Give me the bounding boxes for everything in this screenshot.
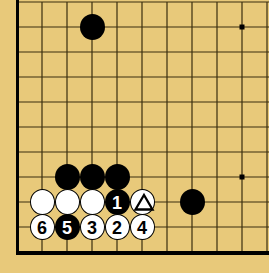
stone-white-D3[interactable] bbox=[80, 189, 105, 215]
stone-black-H3[interactable] bbox=[180, 189, 205, 215]
triangle-marker-icon bbox=[131, 190, 157, 216]
stone-black-C2[interactable]: 5 bbox=[55, 214, 80, 240]
move-number-label: 2 bbox=[112, 218, 122, 237]
go-diagram: 165324 bbox=[0, 0, 269, 273]
stone-white-F3[interactable] bbox=[130, 189, 155, 215]
move-number-label: 3 bbox=[87, 218, 97, 237]
stone-white-B3[interactable] bbox=[30, 189, 55, 215]
board-point-E3: 1 bbox=[105, 190, 130, 215]
board-point-H3 bbox=[180, 190, 205, 215]
stone-black-E4[interactable] bbox=[105, 164, 130, 190]
stone-white-B2[interactable]: 6 bbox=[30, 214, 55, 240]
board-point-D4 bbox=[80, 165, 105, 190]
stone-white-E2[interactable]: 2 bbox=[105, 214, 130, 240]
move-number-label: 6 bbox=[37, 218, 47, 237]
board-point-E4 bbox=[105, 165, 130, 190]
stone-black-C4[interactable] bbox=[55, 164, 80, 190]
board-point-C3 bbox=[55, 190, 80, 215]
board-point-F2: 4 bbox=[130, 215, 155, 240]
move-number-label: 5 bbox=[62, 218, 72, 237]
stone-white-C3[interactable] bbox=[55, 189, 80, 215]
board-point-B3 bbox=[30, 190, 55, 215]
stone-black-D4[interactable] bbox=[80, 164, 105, 190]
board-point-C2: 5 bbox=[55, 215, 80, 240]
board-point-D3 bbox=[80, 190, 105, 215]
move-number-label: 4 bbox=[137, 218, 147, 237]
stone-black-E3[interactable]: 1 bbox=[105, 189, 130, 215]
board-point-D2: 3 bbox=[80, 215, 105, 240]
board-point-D10 bbox=[80, 15, 105, 40]
stone-white-D2[interactable]: 3 bbox=[80, 214, 105, 240]
move-number-label: 1 bbox=[112, 193, 122, 212]
board-point-F3 bbox=[130, 190, 155, 215]
stone-black-D10[interactable] bbox=[80, 14, 105, 40]
board-point-C4 bbox=[55, 165, 80, 190]
stone-white-F2[interactable]: 4 bbox=[130, 214, 155, 240]
board-point-B2: 6 bbox=[30, 215, 55, 240]
go-board[interactable]: 165324 bbox=[5, 0, 270, 265]
board-point-E2: 2 bbox=[105, 215, 130, 240]
